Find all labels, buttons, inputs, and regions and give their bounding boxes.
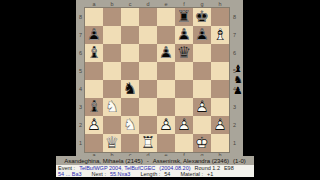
rank-label-5: 5 (77, 62, 84, 80)
piece-white-king: ♚♔ (193, 134, 211, 152)
square-b5 (103, 62, 121, 80)
file-label-h: h (211, 1, 229, 8)
square-b2 (103, 116, 121, 134)
file-label-b: b (103, 1, 121, 8)
square-g4 (193, 80, 211, 98)
square-h1 (211, 134, 229, 152)
rank-label-3: 3 (231, 98, 238, 116)
square-a2: ♟♙ (85, 116, 103, 134)
piece-white-knight: ♞♘ (121, 116, 139, 134)
rank-label-6: 6 (77, 44, 84, 62)
square-f5 (175, 62, 193, 80)
piece-black-pawn: ♟♙ (175, 26, 193, 44)
white-player-name: Asandeghina, Mihaela (2145) (64, 158, 142, 164)
square-d2 (139, 116, 157, 134)
file-label-e: e (157, 1, 175, 8)
square-f8: ♜♖ (175, 8, 193, 26)
square-a4 (85, 80, 103, 98)
square-h5 (211, 62, 229, 80)
square-a6: ♝♗ (85, 44, 103, 62)
rank-label-8: 8 (231, 8, 238, 26)
square-c6 (121, 44, 139, 62)
status-line: 54 ... Ba3 Next : 55.Nxa3 Length : 54 Ma… (56, 171, 254, 177)
players-header: Asandeghina, Mihaela (2145) - Asseninsk,… (56, 156, 254, 165)
square-g8: ♚♔ (193, 8, 211, 26)
square-g2 (193, 116, 211, 134)
square-d4 (139, 80, 157, 98)
square-e6: ♟♙ (157, 44, 175, 62)
piece-white-pawn: ♟♙ (175, 116, 193, 134)
square-f7: ♟♙ (175, 26, 193, 44)
square-c4: ♞♘ (121, 80, 139, 98)
length-label: Length : (140, 171, 160, 177)
square-d8 (139, 8, 157, 26)
rank-label-3: 3 (77, 98, 84, 116)
square-c2: ♞♘ (121, 116, 139, 134)
piece-black-king: ♚♔ (193, 8, 211, 26)
file-label-d: d (139, 1, 157, 8)
material-tray: ♝♗♞♘♟♙ (232, 63, 244, 96)
rank-label-6: 6 (231, 44, 238, 62)
piece-white-knight: ♞♘ (103, 98, 121, 116)
square-g3: ♟♙ (193, 98, 211, 116)
length-value: 54 (164, 171, 170, 177)
square-c1 (121, 134, 139, 152)
square-d1: ♜♖ (139, 134, 157, 152)
piece-black-knight: ♞♘ (121, 80, 139, 98)
square-h7: ♝♗ (211, 26, 229, 44)
square-d6 (139, 44, 157, 62)
material-label: Material : (180, 171, 203, 177)
square-f6: ♛♕ (175, 44, 193, 62)
square-a3: ♝♗ (85, 98, 103, 116)
rank-label-4: 4 (77, 80, 84, 98)
square-g5 (193, 62, 211, 80)
square-b4 (103, 80, 121, 98)
square-b1: ♛♕ (103, 134, 121, 152)
square-a7: ♟♙ (85, 26, 103, 44)
file-label-c: c (121, 1, 139, 8)
piece-black-rook: ♜♖ (175, 8, 193, 26)
piece-black-bishop: ♝♗ (85, 98, 103, 116)
square-c3 (121, 98, 139, 116)
players-separator: - (147, 158, 149, 164)
piece-white-pawn: ♟♙ (193, 98, 211, 116)
rank-label-7: 7 (77, 26, 84, 44)
square-e5 (157, 62, 175, 80)
rank-label-2: 2 (231, 116, 238, 134)
square-c7 (121, 26, 139, 44)
square-e7 (157, 26, 175, 44)
piece-white-pawn: ♟♙ (157, 116, 175, 134)
square-c5 (121, 62, 139, 80)
square-b7 (103, 26, 121, 44)
square-b6 (103, 44, 121, 62)
rank-label-7: 7 (231, 26, 238, 44)
square-g7: ♟♙ (193, 26, 211, 44)
video-frame: abcdefgh 87654321 ♜♖♚♔♟♙♟♙♟♙♝♗♝♗♟♙♛♕♞♘♝♗… (0, 0, 320, 180)
square-e4 (157, 80, 175, 98)
eco-code: E98 (224, 165, 234, 171)
piece-white-pawn: ♟♙ (232, 85, 244, 96)
square-e8 (157, 8, 175, 26)
square-h3 (211, 98, 229, 116)
black-player-name: Asseninsk, Alexandra (2346) (153, 158, 229, 164)
rank-label-1: 1 (77, 134, 84, 152)
square-h8 (211, 8, 229, 26)
piece-white-queen: ♛♕ (103, 134, 121, 152)
chess-board: ♜♖♚♔♟♙♟♙♟♙♝♗♝♗♟♙♛♕♞♘♝♗♞♘♟♙♟♙♞♘♟♙♟♙♟♙♛♕♜♖… (85, 8, 229, 152)
last-move: 54 ... Ba3 (58, 171, 82, 177)
rank-labels-left: 87654321 (77, 8, 84, 152)
piece-black-queen: ♛♕ (175, 44, 193, 62)
square-d5 (139, 62, 157, 80)
rank-label-1: 1 (231, 134, 238, 152)
piece-white-pawn: ♟♙ (85, 116, 103, 134)
piece-white-rook: ♜♖ (139, 134, 157, 152)
piece-white-bishop: ♝♗ (211, 26, 229, 44)
square-e1 (157, 134, 175, 152)
square-a1 (85, 134, 103, 152)
square-f1 (175, 134, 193, 152)
square-f2: ♟♙ (175, 116, 193, 134)
next-label: Next : (92, 171, 106, 177)
square-a5 (85, 62, 103, 80)
piece-black-bishop: ♝♗ (85, 44, 103, 62)
square-e2: ♟♙ (157, 116, 175, 134)
square-g1: ♚♔ (193, 134, 211, 152)
square-d3 (139, 98, 157, 116)
file-label-a: a (85, 1, 103, 8)
piece-black-pawn: ♟♙ (157, 44, 175, 62)
piece-black-pawn: ♟♙ (193, 26, 211, 44)
material-value: +1 (207, 171, 213, 177)
square-h4 (211, 80, 229, 98)
rank-label-8: 8 (77, 8, 84, 26)
square-h2: ♟♙ (211, 116, 229, 134)
piece-white-pawn: ♟♙ (211, 116, 229, 134)
square-f3 (175, 98, 193, 116)
square-h6 (211, 44, 229, 62)
piece-black-bishop: ♝♗ (232, 63, 244, 74)
square-b3: ♞♘ (103, 98, 121, 116)
square-a8 (85, 8, 103, 26)
rank-label-2: 2 (77, 116, 84, 134)
piece-black-pawn: ♟♙ (85, 26, 103, 44)
game-info-panel: Event : TelBufWGP 2004, TelBufCGEC (2004… (56, 165, 254, 177)
square-d7 (139, 26, 157, 44)
square-c8 (121, 8, 139, 26)
square-g6 (193, 44, 211, 62)
square-f4 (175, 80, 193, 98)
square-e3 (157, 98, 175, 116)
next-move: 55.Nxa3 (110, 171, 131, 177)
square-b8 (103, 8, 121, 26)
board-panel: abcdefgh 87654321 ♜♖♚♔♟♙♟♙♟♙♝♗♝♗♟♙♛♕♞♘♝♗… (76, 0, 243, 156)
game-result: (1-0) (233, 158, 246, 164)
piece-white-knight: ♞♘ (232, 74, 244, 85)
